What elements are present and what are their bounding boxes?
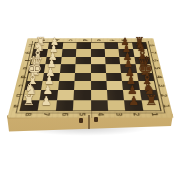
chess-piece-white-rook: ♜ xyxy=(23,93,36,107)
chess-piece-black-rook: ♜ xyxy=(145,93,158,107)
chess-piece-white-pawn: ♟ xyxy=(41,95,52,107)
pieces-layer: ♜♟♟♜♞♟♟♞♝♟♟♝♛♟♟♛♚♟♟♚♝♟♟♝♞♟♟♞♜♟♟♜ xyxy=(0,0,180,180)
chess-piece-black-pawn: ♟ xyxy=(128,95,139,107)
product-photo: 87654321 abcdefgh hgfedcba 87654321 ♜♟♟♜… xyxy=(0,0,180,180)
